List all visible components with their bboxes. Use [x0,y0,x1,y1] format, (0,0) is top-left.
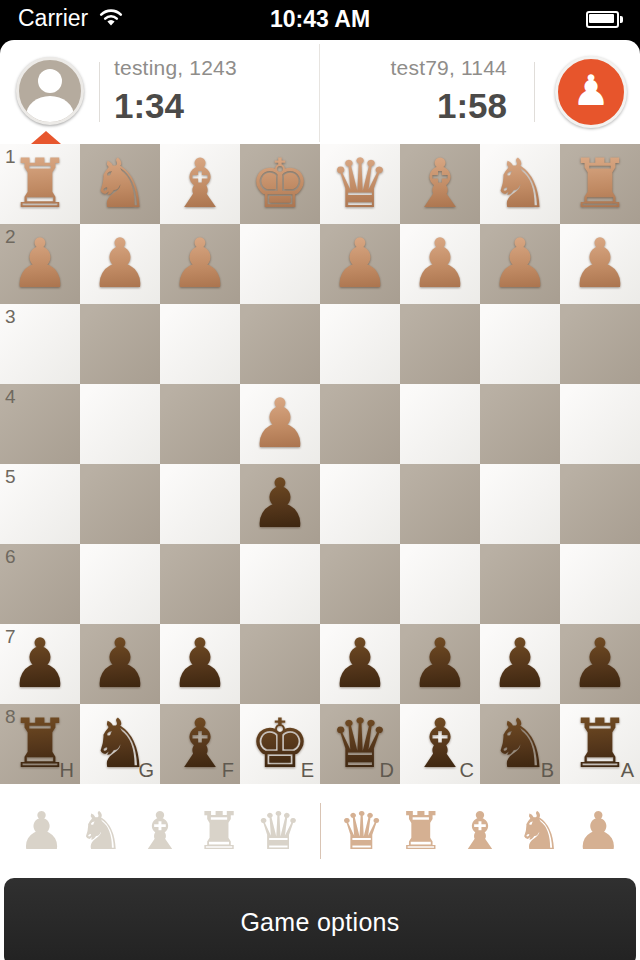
square-d4[interactable] [320,384,400,464]
person-icon-body [26,96,74,125]
rank-label: 3 [5,306,16,328]
header-center-divider [319,44,320,142]
square-a3[interactable] [560,304,640,384]
square-e3[interactable] [240,304,320,384]
square-h1[interactable]: 1♜ [0,144,80,224]
white-queen[interactable]: ♛ [320,144,400,224]
square-e5[interactable]: ♟ [240,464,320,544]
square-h7[interactable]: 7♟ [0,624,80,704]
square-a2[interactable]: ♟ [560,224,640,304]
square-f2[interactable]: ♟ [160,224,240,304]
black-pawn[interactable]: ♟ [160,624,240,704]
square-b4[interactable] [480,384,560,464]
black-pawn[interactable]: ♟ [240,464,320,544]
square-a5[interactable] [560,464,640,544]
captured-pieces-bar: ♟♞♝♜♛ ♛♜♝♞♟ [0,784,640,878]
tray-rook-icon: ♜ [196,784,243,878]
app-screen: Carrier 10:43 AM testing, 1243 [0,0,640,960]
black-king[interactable]: ♚ [240,704,320,784]
game-header: testing, 1243 1:34 test79, 1144 1:58 ♟ [0,40,640,144]
divider [99,62,100,122]
avatar[interactable] [16,57,84,125]
white-bishop[interactable]: ♝ [400,144,480,224]
square-f8[interactable]: F♝ [160,704,240,784]
square-a6[interactable] [560,544,640,624]
black-rook[interactable]: ♜ [560,704,640,784]
black-pawn[interactable]: ♟ [320,624,400,704]
black-pawn[interactable]: ♟ [80,624,160,704]
white-knight[interactable]: ♞ [480,144,560,224]
chess-board: 1♜♞♝♚♛♝♞♜2♟♟♟♟♟♟♟34♟5♟67♟♟♟♟♟♟♟8H♜G♞F♝E♚… [0,144,640,784]
square-c3[interactable] [400,304,480,384]
square-b1[interactable]: ♞ [480,144,560,224]
square-f7[interactable]: ♟ [160,624,240,704]
tray-knight-icon: ♞ [77,784,124,878]
black-bishop[interactable]: ♝ [160,704,240,784]
black-knight[interactable]: ♞ [480,704,560,784]
content-sheet: testing, 1243 1:34 test79, 1144 1:58 ♟ 1… [0,40,640,960]
white-rook[interactable]: ♜ [560,144,640,224]
square-h3[interactable]: 3 [0,304,80,384]
tray-knight-icon: ♞ [516,784,563,878]
black-knight[interactable]: ♞ [80,704,160,784]
square-b6[interactable] [480,544,560,624]
right-player-clock: 1:58 [335,86,507,126]
tray-queen-icon: ♛ [338,784,385,878]
square-e1[interactable]: ♚ [240,144,320,224]
square-a4[interactable] [560,384,640,464]
white-pawn[interactable]: ♟ [160,224,240,304]
square-g7[interactable]: ♟ [80,624,160,704]
turn-indicator-triangle [31,131,61,144]
black-queen[interactable]: ♛ [320,704,400,784]
square-h6[interactable]: 6 [0,544,80,624]
square-c2[interactable]: ♟ [400,224,480,304]
rank-label: 5 [5,466,16,488]
square-a8[interactable]: A♜ [560,704,640,784]
square-c5[interactable] [400,464,480,544]
black-pawn[interactable]: ♟ [480,624,560,704]
white-king[interactable]: ♚ [240,144,320,224]
square-g8[interactable]: G♞ [80,704,160,784]
black-pawn[interactable]: ♟ [400,624,480,704]
square-b8[interactable]: B♞ [480,704,560,784]
square-a1[interactable]: ♜ [560,144,640,224]
game-options-button[interactable]: Game options [4,878,636,960]
square-d7[interactable]: ♟ [320,624,400,704]
right-player-name: test79, 1144 [335,56,507,80]
black-rook[interactable]: ♜ [0,704,80,784]
left-player-name: testing, 1243 [114,56,309,80]
square-g6[interactable] [80,544,160,624]
white-pawn[interactable]: ♟ [80,224,160,304]
square-b5[interactable] [480,464,560,544]
square-e2[interactable] [240,224,320,304]
white-pawn[interactable]: ♟ [320,224,400,304]
square-f6[interactable] [160,544,240,624]
status-bar: Carrier 10:43 AM [0,0,640,40]
square-e8[interactable]: E♚ [240,704,320,784]
square-g4[interactable] [80,384,160,464]
square-c4[interactable] [400,384,480,464]
square-d2[interactable]: ♟ [320,224,400,304]
tray-pawn-icon: ♟ [575,784,622,878]
white-pawn[interactable]: ♟ [400,224,480,304]
square-h2[interactable]: 2♟ [0,224,80,304]
white-knight[interactable]: ♞ [80,144,160,224]
square-f1[interactable]: ♝ [160,144,240,224]
game-options-label: Game options [240,908,399,937]
rank-label: 6 [5,546,16,568]
player-color-pawn-button[interactable]: ♟ [555,56,627,128]
square-f4[interactable] [160,384,240,464]
square-d5[interactable] [320,464,400,544]
square-d6[interactable] [320,544,400,624]
square-c6[interactable] [400,544,480,624]
white-rook[interactable]: ♜ [0,144,80,224]
rank-label: 4 [5,386,16,408]
square-d1[interactable]: ♛ [320,144,400,224]
square-d8[interactable]: D♛ [320,704,400,784]
person-icon [38,69,62,93]
tray-queen-icon: ♛ [255,784,302,878]
square-h4[interactable]: 4 [0,384,80,464]
white-pawn[interactable]: ♟ [480,224,560,304]
black-pawn[interactable]: ♟ [0,624,80,704]
wifi-icon [98,7,124,31]
tray-bishop-icon: ♝ [137,784,184,878]
square-f5[interactable] [160,464,240,544]
square-e7[interactable] [240,624,320,704]
black-bishop[interactable]: ♝ [400,704,480,784]
pawn-icon: ♟ [572,70,610,112]
square-g2[interactable]: ♟ [80,224,160,304]
square-b2[interactable]: ♟ [480,224,560,304]
white-pawn[interactable]: ♟ [240,384,320,464]
tray-divider [320,803,321,859]
square-d3[interactable] [320,304,400,384]
square-c8[interactable]: C♝ [400,704,480,784]
square-h5[interactable]: 5 [0,464,80,544]
square-g1[interactable]: ♞ [80,144,160,224]
carrier-label: Carrier [18,5,88,32]
square-g3[interactable] [80,304,160,384]
tray-bishop-icon: ♝ [457,784,504,878]
tray-right: ♛♜♝♞♟ [332,784,628,878]
tray-rook-icon: ♜ [397,784,444,878]
square-c1[interactable]: ♝ [400,144,480,224]
square-g5[interactable] [80,464,160,544]
white-bishop[interactable]: ♝ [160,144,240,224]
tray-pawn-icon: ♟ [18,784,65,878]
square-e4[interactable]: ♟ [240,384,320,464]
clock-time: 10:43 AM [270,6,370,33]
square-e6[interactable] [240,544,320,624]
white-pawn[interactable]: ♟ [560,224,640,304]
white-pawn[interactable]: ♟ [0,224,80,304]
square-b3[interactable] [480,304,560,384]
left-player-clock: 1:34 [114,86,309,126]
tray-left: ♟♞♝♜♛ [12,784,308,878]
black-pawn[interactable]: ♟ [560,624,640,704]
square-h8[interactable]: 8H♜ [0,704,80,784]
square-a7[interactable]: ♟ [560,624,640,704]
divider [534,62,535,122]
square-c7[interactable]: ♟ [400,624,480,704]
square-b7[interactable]: ♟ [480,624,560,704]
battery-icon [586,11,624,29]
square-f3[interactable] [160,304,240,384]
